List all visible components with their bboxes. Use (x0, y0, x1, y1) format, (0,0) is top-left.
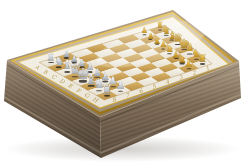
chess-set-photo: ABCDEFGH87654321 ♜♞♝♛♚♝♞♜♟♟♟♟♟♟♟♟♟♟♟♟♟♟♟… (0, 0, 250, 167)
chess-board-case: ABCDEFGH87654321 (0, 0, 250, 167)
